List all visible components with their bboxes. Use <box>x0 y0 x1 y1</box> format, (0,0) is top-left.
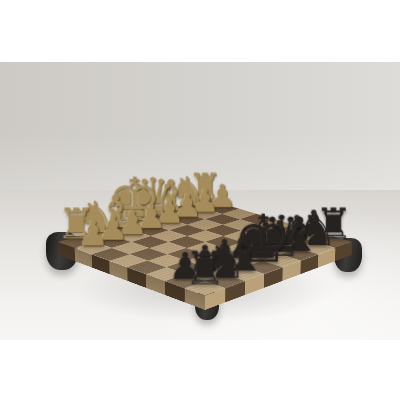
square-c3[interactable] <box>187 219 222 230</box>
photo-frame: ♜♟♟♜♞♟♟♞♝♟♟♝♛♟♟♛♚♟♟♚♝♟♟♝♞♟♟♞♜♟♟♜ <box>0 0 400 400</box>
white-pawn[interactable]: ♟ <box>78 216 109 250</box>
product-photo: ♜♟♟♜♞♟♟♞♝♟♟♝♛♟♟♛♚♟♟♚♝♟♟♝♞♟♟♞♜♟♟♜ <box>0 62 400 340</box>
black-rook[interactable]: ♜ <box>184 246 226 292</box>
